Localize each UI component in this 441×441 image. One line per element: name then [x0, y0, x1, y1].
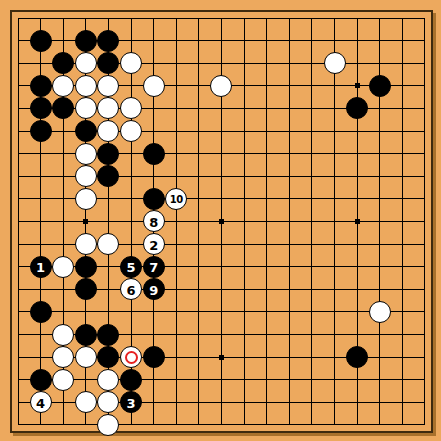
black-stone	[75, 120, 97, 142]
white-stone	[52, 369, 74, 391]
black-stone	[30, 120, 52, 142]
move-number-label: 9	[149, 283, 158, 296]
hoshi-point	[355, 83, 360, 88]
hoshi-point	[355, 219, 360, 224]
black-stone	[75, 30, 97, 52]
move-number-label: 4	[36, 396, 45, 409]
white-stone	[75, 233, 97, 255]
black-stone	[369, 75, 391, 97]
hoshi-point	[219, 219, 224, 224]
black-stone	[30, 30, 52, 52]
black-stone	[30, 301, 52, 323]
white-stone	[52, 324, 74, 346]
white-stone	[369, 301, 391, 323]
hoshi-point	[83, 219, 88, 224]
black-stone	[30, 97, 52, 119]
white-stone	[75, 75, 97, 97]
black-stone	[143, 346, 165, 368]
move-number-label: 2	[149, 238, 158, 251]
move-number-label: 5	[127, 261, 136, 274]
move-5-black-stone: 5	[120, 256, 142, 278]
move-9-black-stone: 9	[143, 278, 165, 300]
move-number-label: 7	[149, 261, 158, 274]
move-number-label: 10	[170, 194, 183, 204]
black-stone	[143, 143, 165, 165]
black-stone	[75, 256, 97, 278]
go-board: 10821576943	[0, 0, 441, 441]
white-stone	[75, 346, 97, 368]
move-number-label: 6	[127, 283, 136, 296]
black-stone	[97, 143, 119, 165]
white-stone	[120, 120, 142, 142]
white-stone	[75, 143, 97, 165]
white-stone	[75, 188, 97, 210]
hoshi-point	[219, 355, 224, 360]
move-1-black-stone: 1	[30, 256, 52, 278]
black-stone	[30, 369, 52, 391]
move-7-black-stone: 7	[143, 256, 165, 278]
white-stone	[75, 52, 97, 74]
move-4-white-stone: 4	[30, 391, 52, 413]
move-10-white-stone: 10	[165, 188, 187, 210]
black-stone	[30, 75, 52, 97]
black-stone	[75, 324, 97, 346]
move-2-white-stone: 2	[143, 233, 165, 255]
black-stone	[75, 278, 97, 300]
white-stone	[52, 256, 74, 278]
red-circle-marker	[125, 351, 138, 364]
black-stone	[97, 324, 119, 346]
white-stone	[75, 165, 97, 187]
move-number-label: 3	[127, 396, 136, 409]
move-8-white-stone: 8	[143, 210, 165, 232]
move-number-label: 8	[149, 215, 158, 228]
black-stone	[143, 188, 165, 210]
white-stone	[143, 75, 165, 97]
move-number-label: 1	[36, 261, 45, 274]
black-stone	[97, 30, 119, 52]
white-stone	[324, 52, 346, 74]
white-stone	[52, 75, 74, 97]
black-stone	[120, 369, 142, 391]
